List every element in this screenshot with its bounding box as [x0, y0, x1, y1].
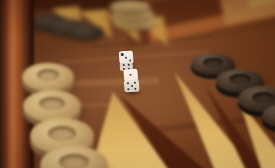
- die-pip: [122, 64, 124, 66]
- die-pip: [127, 88, 129, 90]
- die-near[interactable]: [122, 68, 143, 96]
- die-pip: [128, 64, 130, 66]
- die-pip: [121, 53, 124, 56]
- die-near-front-face: [124, 80, 140, 93]
- die-pip: [131, 85, 133, 87]
- die-pip: [129, 74, 132, 77]
- die-pip: [125, 56, 128, 59]
- die-pip: [134, 82, 136, 84]
- die-pip: [135, 88, 137, 90]
- backgammon-board-photo: [0, 0, 275, 168]
- die-pip: [129, 59, 132, 62]
- dice-layer: [0, 0, 275, 168]
- die-pip: [126, 82, 128, 84]
